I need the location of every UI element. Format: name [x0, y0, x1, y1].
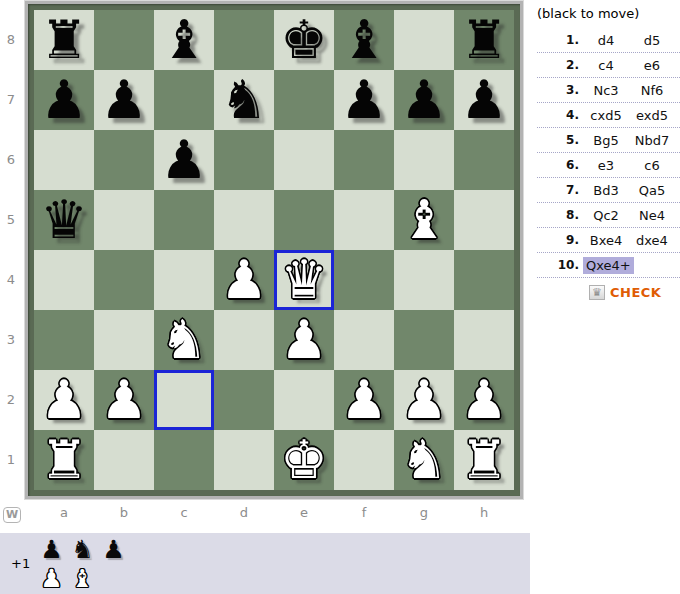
square-f6[interactable] [334, 130, 394, 190]
square-g3[interactable] [394, 310, 454, 370]
white-side-badge: W [3, 507, 21, 523]
square-e8[interactable]: ♚ [274, 10, 334, 70]
black-move[interactable]: e6 [629, 58, 675, 73]
file-label-g: g [394, 502, 454, 524]
white-move[interactable]: Bxe4 [583, 233, 629, 248]
square-f1[interactable] [334, 430, 394, 490]
square-f8[interactable]: ♝ [334, 10, 394, 70]
captured-black-pawn: ♟ [36, 535, 67, 564]
piece-black-pawn[interactable]: ♟ [334, 70, 394, 130]
crown-icon: ♛ [589, 285, 605, 300]
piece-white-pawn[interactable]: ♟ [394, 370, 454, 430]
board-grid: ♜♝♚♝♜♟♟♞♟♟♟♟♛♝♟♛♞♟♟♟♟♟♟♜♚♞♜ [34, 10, 514, 490]
square-d5[interactable] [214, 190, 274, 250]
piece-black-pawn[interactable]: ♟ [154, 130, 214, 190]
square-g5[interactable]: ♝ [394, 190, 454, 250]
file-label-f: f [334, 502, 394, 524]
check-indicator: ♛ CHECK [537, 285, 680, 300]
move-row: 5.Bg5Nbd7 [537, 128, 680, 153]
move-row: 7.Bd3Qa5 [537, 178, 680, 203]
chess-board: ♜♝♚♝♜♟♟♞♟♟♟♟♛♝♟♛♞♟♟♟♟♟♟♜♚♞♜ [24, 0, 524, 500]
black-move[interactable]: Ne4 [629, 208, 675, 223]
piece-black-bishop[interactable]: ♝ [154, 10, 214, 70]
piece-white-knight[interactable]: ♞ [154, 310, 214, 370]
square-a3[interactable] [34, 310, 94, 370]
piece-black-pawn[interactable]: ♟ [454, 70, 514, 130]
square-h8[interactable]: ♜ [454, 10, 514, 70]
square-f3[interactable] [334, 310, 394, 370]
move-number: 5. [537, 133, 583, 147]
piece-black-pawn[interactable]: ♟ [94, 70, 154, 130]
move-row: 4.cxd5exd5 [537, 103, 680, 128]
square-f2[interactable]: ♟ [334, 370, 394, 430]
square-g1[interactable]: ♞ [394, 430, 454, 490]
square-a8[interactable]: ♜ [34, 10, 94, 70]
white-move[interactable]: Bg5 [583, 133, 629, 148]
square-d1[interactable] [214, 430, 274, 490]
square-b3[interactable] [94, 310, 154, 370]
piece-black-knight[interactable]: ♞ [214, 70, 274, 130]
captured-rows: ♟♞♟ ♟♝ [36, 535, 129, 593]
move-row: 9.Bxe4dxe4 [537, 228, 680, 253]
piece-white-rook[interactable]: ♜ [34, 430, 94, 490]
white-move[interactable]: c4 [583, 58, 629, 73]
square-b8[interactable] [94, 10, 154, 70]
move-row: 10.Qxe4+ [537, 253, 680, 278]
square-h6[interactable] [454, 130, 514, 190]
square-e6[interactable] [274, 130, 334, 190]
square-d3[interactable] [214, 310, 274, 370]
white-move[interactable]: e3 [583, 158, 629, 173]
piece-black-pawn[interactable]: ♟ [394, 70, 454, 130]
white-move[interactable]: cxd5 [583, 108, 629, 123]
captured-black-knight: ♞ [67, 535, 98, 564]
square-e1[interactable]: ♚ [274, 430, 334, 490]
rank-label-5: 5 [0, 190, 22, 250]
square-d2[interactable] [214, 370, 274, 430]
square-h5[interactable] [454, 190, 514, 250]
rank-label-4: 4 [0, 250, 22, 310]
white-move[interactable]: d4 [583, 33, 629, 48]
square-a2[interactable]: ♟ [34, 370, 94, 430]
board-frame: ♜♝♚♝♜♟♟♞♟♟♟♟♛♝♟♛♞♟♟♟♟♟♟♜♚♞♜ [28, 4, 520, 496]
move-number: 10. [537, 258, 583, 272]
white-move[interactable]: Qc2 [583, 208, 629, 223]
file-labels: abcdefgh [34, 502, 514, 524]
square-a7[interactable]: ♟ [34, 70, 94, 130]
square-f4[interactable] [334, 250, 394, 310]
square-c8[interactable]: ♝ [154, 10, 214, 70]
square-a1[interactable]: ♜ [34, 430, 94, 490]
square-h3[interactable] [454, 310, 514, 370]
file-label-d: d [214, 502, 274, 524]
square-e7[interactable] [274, 70, 334, 130]
square-e5[interactable] [274, 190, 334, 250]
square-b6[interactable] [94, 130, 154, 190]
black-move[interactable]: exd5 [629, 108, 675, 123]
captured-white-pawn: ♟ [36, 564, 67, 593]
move-number: 8. [537, 208, 583, 222]
rank-labels: 87654321 [0, 10, 22, 490]
move-row: 2.c4e6 [537, 53, 680, 78]
square-g8[interactable] [394, 10, 454, 70]
piece-black-rook[interactable]: ♜ [454, 10, 514, 70]
piece-white-pawn[interactable]: ♟ [214, 250, 274, 310]
piece-white-pawn[interactable]: ♟ [274, 310, 334, 370]
move-row: 8.Qc2Ne4 [537, 203, 680, 228]
square-h7[interactable]: ♟ [454, 70, 514, 130]
square-d7[interactable]: ♞ [214, 70, 274, 130]
black-move[interactable]: Nbd7 [629, 133, 675, 148]
move-row: 6.e3c6 [537, 153, 680, 178]
square-g2[interactable]: ♟ [394, 370, 454, 430]
piece-black-rook[interactable]: ♜ [34, 10, 94, 70]
piece-black-king[interactable]: ♚ [274, 10, 334, 70]
piece-white-pawn[interactable]: ♟ [454, 370, 514, 430]
black-move[interactable]: dxe4 [629, 233, 675, 248]
piece-white-queen[interactable]: ♛ [274, 250, 334, 310]
square-c1[interactable] [154, 430, 214, 490]
rank-label-8: 8 [0, 10, 22, 70]
move-number: 1. [537, 33, 583, 47]
square-c6[interactable]: ♟ [154, 130, 214, 190]
captured-white-row: ♟♝ [36, 564, 129, 593]
move-number: 2. [537, 58, 583, 72]
square-b2[interactable]: ♟ [94, 370, 154, 430]
square-g4[interactable] [394, 250, 454, 310]
piece-black-bishop[interactable]: ♝ [334, 10, 394, 70]
file-label-b: b [94, 502, 154, 524]
white-move[interactable]: Bd3 [583, 183, 629, 198]
side-to-move-header: (black to move) [537, 6, 680, 21]
square-h2[interactable]: ♟ [454, 370, 514, 430]
black-move[interactable]: d5 [629, 33, 675, 48]
square-f7[interactable]: ♟ [334, 70, 394, 130]
piece-black-pawn[interactable]: ♟ [34, 70, 94, 130]
move-number: 4. [537, 108, 583, 122]
square-b7[interactable]: ♟ [94, 70, 154, 130]
file-label-e: e [274, 502, 334, 524]
square-h4[interactable] [454, 250, 514, 310]
piece-white-rook[interactable]: ♜ [454, 430, 514, 490]
square-h1[interactable]: ♜ [454, 430, 514, 490]
piece-white-bishop[interactable]: ♝ [394, 190, 454, 250]
captured-white-bishop: ♝ [67, 564, 98, 593]
square-a4[interactable] [34, 250, 94, 310]
square-g6[interactable] [394, 130, 454, 190]
material-advantage-label: +1 [11, 556, 30, 571]
square-c3[interactable]: ♞ [154, 310, 214, 370]
square-b5[interactable] [94, 190, 154, 250]
move-number: 3. [537, 83, 583, 97]
highlighted-move[interactable]: Qxe4+ [583, 257, 634, 274]
square-b1[interactable] [94, 430, 154, 490]
file-label-a: a [34, 502, 94, 524]
move-list-panel: (black to move) 1.d4d52.c4e63.Nc3Nf64.cx… [537, 6, 680, 300]
rank-label-2: 2 [0, 370, 22, 430]
captured-black-pawn: ♟ [98, 535, 129, 564]
square-a6[interactable] [34, 130, 94, 190]
square-c2[interactable] [154, 370, 214, 430]
piece-black-queen[interactable]: ♛ [34, 190, 94, 250]
rank-label-6: 6 [0, 130, 22, 190]
square-e3[interactable]: ♟ [274, 310, 334, 370]
square-g7[interactable]: ♟ [394, 70, 454, 130]
square-d8[interactable] [214, 10, 274, 70]
square-a5[interactable]: ♛ [34, 190, 94, 250]
captured-black-row: ♟♞♟ [36, 535, 129, 564]
square-d4[interactable]: ♟ [214, 250, 274, 310]
check-label: CHECK [610, 285, 661, 300]
square-c7[interactable] [154, 70, 214, 130]
piece-white-king[interactable]: ♚ [274, 430, 334, 490]
square-b4[interactable] [94, 250, 154, 310]
move-number: 9. [537, 233, 583, 247]
black-move[interactable]: Qa5 [629, 183, 675, 198]
file-label-c: c [154, 502, 214, 524]
piece-white-pawn[interactable]: ♟ [334, 370, 394, 430]
move-number: 7. [537, 183, 583, 197]
rank-label-7: 7 [0, 70, 22, 130]
move-number: 6. [537, 158, 583, 172]
move-row: 3.Nc3Nf6 [537, 78, 680, 103]
file-label-h: h [454, 502, 514, 524]
chess-app: 87654321 ♜♝♚♝♜♟♟♞♟♟♟♟♛♝♟♛♞♟♟♟♟♟♟♜♚♞♜ abc… [0, 0, 680, 594]
square-c4[interactable] [154, 250, 214, 310]
white-move[interactable]: Qxe4+ [583, 258, 629, 273]
square-d6[interactable] [214, 130, 274, 190]
white-move[interactable]: Nc3 [583, 83, 629, 98]
piece-white-pawn[interactable]: ♟ [94, 370, 154, 430]
black-move[interactable]: c6 [629, 158, 675, 173]
black-move[interactable]: Nf6 [629, 83, 675, 98]
piece-white-pawn[interactable]: ♟ [34, 370, 94, 430]
move-row: 1.d4d5 [537, 28, 680, 53]
square-f5[interactable] [334, 190, 394, 250]
rank-label-1: 1 [0, 430, 22, 490]
rank-label-3: 3 [0, 310, 22, 370]
square-e2[interactable] [274, 370, 334, 430]
captured-pieces-tray: +1 ♟♞♟ ♟♝ [0, 533, 530, 594]
piece-white-knight[interactable]: ♞ [394, 430, 454, 490]
move-rows: 1.d4d52.c4e63.Nc3Nf64.cxd5exd55.Bg5Nbd76… [537, 28, 680, 278]
square-e4[interactable]: ♛ [274, 250, 334, 310]
square-c5[interactable] [154, 190, 214, 250]
